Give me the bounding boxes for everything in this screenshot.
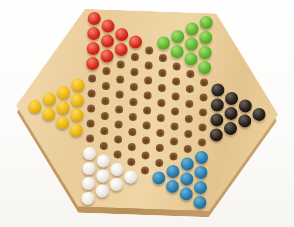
peg-red[interactable] (87, 26, 100, 39)
hole[interactable] (171, 92, 179, 100)
hole[interactable] (185, 115, 193, 123)
peg-green[interactable] (199, 30, 212, 43)
hole[interactable] (129, 113, 137, 121)
hole[interactable] (101, 97, 109, 105)
board-cell (96, 153, 111, 168)
hole[interactable] (102, 82, 110, 90)
peg-yellow[interactable] (56, 115, 69, 128)
hole[interactable] (145, 61, 153, 69)
hole[interactable] (155, 159, 163, 167)
peg-black[interactable] (225, 91, 238, 104)
board-cell (138, 147, 153, 162)
board-cell (183, 81, 198, 96)
board-cell (140, 87, 155, 102)
board-cell (210, 97, 225, 112)
board-cell (184, 36, 199, 51)
hole[interactable] (158, 69, 166, 77)
hole[interactable] (185, 100, 193, 108)
board-cell (198, 29, 213, 44)
hole[interactable] (171, 107, 179, 115)
hole[interactable] (116, 75, 124, 83)
board-cell (97, 123, 112, 138)
hole[interactable] (184, 145, 192, 153)
board-cell (85, 55, 100, 70)
board-cell (98, 108, 113, 123)
board-cell (83, 130, 98, 145)
board-cell (127, 79, 142, 94)
peg-white[interactable] (96, 169, 109, 182)
board-cell (154, 95, 169, 110)
peg-white[interactable] (110, 162, 123, 175)
peg-blue[interactable] (166, 179, 179, 192)
board-cell (180, 156, 195, 171)
board-cell (95, 183, 110, 198)
peg-blue[interactable] (194, 180, 207, 193)
board-cell (181, 141, 196, 156)
board-cell (99, 63, 114, 78)
peg-red[interactable] (100, 49, 113, 62)
peg-white[interactable] (124, 170, 137, 183)
board-cell (167, 133, 182, 148)
peg-blue[interactable] (152, 171, 165, 184)
board-cell (84, 85, 99, 100)
board-cell (210, 112, 225, 127)
peg-white[interactable] (83, 146, 96, 159)
board-cell (125, 139, 140, 154)
peg-red[interactable] (86, 56, 99, 69)
hole[interactable] (131, 53, 139, 61)
peg-white[interactable] (97, 154, 110, 167)
board-cell (185, 21, 200, 36)
board-cell (179, 171, 194, 186)
board-cell (128, 49, 143, 64)
hole[interactable] (184, 130, 192, 138)
hole[interactable] (114, 120, 122, 128)
board-cell (197, 74, 212, 89)
peg-blue[interactable] (193, 195, 206, 208)
board-cell (83, 115, 98, 130)
peg-green[interactable] (157, 36, 170, 49)
board-cell (196, 104, 211, 119)
board-cell (56, 84, 71, 99)
chinese-checkers-board (13, 6, 282, 219)
peg-white[interactable] (110, 177, 123, 190)
board-cell (42, 106, 57, 121)
peg-green[interactable] (170, 44, 183, 57)
peg-white[interactable] (82, 176, 95, 189)
board-cell (170, 28, 185, 43)
peg-yellow[interactable] (56, 100, 69, 113)
hole[interactable] (113, 150, 121, 158)
peg-white[interactable] (96, 184, 109, 197)
board-cell (183, 66, 198, 81)
board-cell (125, 124, 140, 139)
hole[interactable] (198, 123, 206, 131)
hole[interactable] (127, 158, 135, 166)
hole[interactable] (170, 137, 178, 145)
board-cell (182, 111, 197, 126)
board-cell (114, 41, 129, 56)
peg-black[interactable] (252, 107, 265, 120)
peg-yellow[interactable] (42, 107, 55, 120)
peg-blue[interactable] (194, 165, 207, 178)
board-cell (179, 186, 194, 201)
board-cell (167, 118, 182, 133)
peg-blue[interactable] (195, 150, 208, 163)
peg-red[interactable] (88, 11, 101, 24)
board-cell (195, 134, 210, 149)
hole[interactable] (129, 98, 137, 106)
hole[interactable] (86, 119, 94, 127)
board-cell (85, 70, 100, 85)
board-cell (111, 131, 126, 146)
board-cell (113, 71, 128, 86)
board-cell (98, 93, 113, 108)
peg-blue[interactable] (166, 164, 179, 177)
board-cell (110, 146, 125, 161)
hole[interactable] (157, 114, 165, 122)
board-cell (155, 80, 170, 95)
hole[interactable] (88, 89, 96, 97)
peg-black[interactable] (210, 113, 223, 126)
hole[interactable] (114, 135, 122, 143)
peg-yellow[interactable] (28, 99, 41, 112)
peg-yellow[interactable] (70, 108, 83, 121)
board-cell (87, 10, 102, 25)
peg-red[interactable] (87, 41, 100, 54)
board-column (28, 98, 43, 113)
hole[interactable] (186, 85, 194, 93)
board-cell (126, 94, 141, 109)
hole[interactable] (170, 122, 178, 130)
hole[interactable] (100, 142, 108, 150)
peg-yellow[interactable] (71, 93, 84, 106)
board-cell (28, 98, 43, 113)
hole[interactable] (173, 62, 181, 70)
board-cell (238, 98, 253, 113)
board-cell (166, 163, 181, 178)
board-cell (196, 89, 211, 104)
board-column (42, 91, 57, 121)
board-cell (86, 40, 101, 55)
board-cell (128, 34, 143, 49)
board-cell (224, 105, 239, 120)
board-cell (138, 162, 153, 177)
hole[interactable] (145, 46, 153, 54)
board-cell (100, 48, 115, 63)
board-cell (182, 96, 197, 111)
board-cell (211, 82, 226, 97)
hole[interactable] (141, 151, 149, 159)
board-cell (193, 179, 208, 194)
hole[interactable] (102, 67, 110, 75)
hole[interactable] (87, 104, 95, 112)
board-cell (99, 78, 114, 93)
board-cell (209, 127, 224, 142)
peg-green[interactable] (171, 29, 184, 42)
peg-yellow[interactable] (71, 78, 84, 91)
board-cell (141, 72, 156, 87)
hole[interactable] (88, 74, 96, 82)
board-cell (96, 168, 111, 183)
hole[interactable] (117, 60, 125, 68)
board-cell (223, 120, 238, 135)
hole[interactable] (157, 99, 165, 107)
board-column (252, 106, 267, 121)
hole[interactable] (142, 136, 150, 144)
board-cell (55, 114, 70, 129)
board-cell (166, 148, 181, 163)
peg-green[interactable] (199, 15, 212, 28)
board-cell (154, 110, 169, 125)
board-cell (84, 100, 99, 115)
board-cell (197, 59, 212, 74)
board-cell (181, 126, 196, 141)
board-cell (153, 125, 168, 140)
board-cell (165, 178, 180, 193)
hole[interactable] (128, 143, 136, 151)
peg-red[interactable] (101, 34, 114, 47)
peg-yellow[interactable] (70, 123, 83, 136)
board-cell (139, 132, 154, 147)
board-cell (124, 154, 139, 169)
board-cell (194, 149, 209, 164)
peg-green[interactable] (185, 37, 198, 50)
board-cell (224, 90, 239, 105)
board-cell (82, 160, 97, 175)
hole[interactable] (115, 105, 123, 113)
peg-yellow[interactable] (43, 92, 56, 105)
board-cell (195, 119, 210, 134)
hole[interactable] (169, 152, 177, 160)
peg-blue[interactable] (181, 157, 194, 170)
board-cell (70, 92, 85, 107)
board-cell (199, 14, 214, 29)
board-cell (42, 91, 57, 106)
hole[interactable] (130, 83, 138, 91)
board-cell (100, 33, 115, 48)
peg-yellow[interactable] (57, 85, 70, 98)
hole[interactable] (143, 91, 151, 99)
peg-black[interactable] (211, 98, 224, 111)
hole[interactable] (86, 134, 94, 142)
board-cell (168, 103, 183, 118)
board-cell (155, 65, 170, 80)
hole[interactable] (156, 144, 164, 152)
hole[interactable] (116, 90, 124, 98)
hole[interactable] (142, 121, 150, 129)
hole[interactable] (144, 76, 152, 84)
peg-white[interactable] (81, 191, 94, 204)
peg-black[interactable] (238, 114, 251, 127)
hole[interactable] (198, 138, 206, 146)
board-cell (238, 113, 253, 128)
hole[interactable] (100, 127, 108, 135)
photo-background (0, 0, 294, 227)
hole[interactable] (199, 108, 207, 116)
peg-blue[interactable] (179, 187, 192, 200)
board-cell (169, 73, 184, 88)
peg-black[interactable] (210, 128, 223, 141)
peg-black[interactable] (239, 99, 252, 112)
board-cell (168, 88, 183, 103)
hole[interactable] (186, 70, 194, 78)
board-cell (151, 170, 166, 185)
board-surface (13, 6, 282, 213)
board-cell (56, 99, 71, 114)
hole[interactable] (200, 78, 208, 86)
board-cell (81, 175, 96, 190)
peg-red[interactable] (101, 19, 114, 32)
board-cell (152, 155, 167, 170)
peg-green[interactable] (184, 52, 197, 65)
hole[interactable] (141, 166, 149, 174)
board-cell (126, 109, 141, 124)
board-column (223, 90, 239, 135)
hole[interactable] (143, 106, 151, 114)
board-cell (156, 35, 171, 50)
peg-red[interactable] (114, 42, 127, 55)
hole[interactable] (101, 112, 109, 120)
board-cell (193, 194, 208, 209)
board-column (238, 98, 253, 128)
board-cell (139, 117, 154, 132)
board-cell (101, 18, 116, 33)
hole[interactable] (156, 129, 164, 137)
board-cell (113, 56, 128, 71)
board-cell (141, 57, 156, 72)
board-cell (110, 161, 125, 176)
board-cell (142, 42, 157, 57)
peg-black[interactable] (224, 121, 237, 134)
hole[interactable] (158, 84, 166, 92)
peg-green[interactable] (198, 45, 211, 58)
board-cell (112, 101, 127, 116)
board-cell (112, 86, 127, 101)
board-cell (198, 44, 213, 59)
board-cell (71, 77, 86, 92)
peg-red[interactable] (115, 27, 128, 40)
board-cell (70, 107, 85, 122)
peg-green[interactable] (198, 60, 211, 73)
board-cell (114, 26, 129, 41)
peg-red[interactable] (129, 35, 142, 48)
peg-black[interactable] (224, 106, 237, 119)
board-cell (156, 50, 171, 65)
board-cell (81, 190, 96, 205)
peg-blue[interactable] (180, 172, 193, 185)
board-cell (169, 58, 184, 73)
board-cell (170, 43, 185, 58)
hole[interactable] (172, 77, 180, 85)
peg-black[interactable] (211, 83, 224, 96)
board-cell (184, 51, 199, 66)
hole[interactable] (159, 54, 167, 62)
peg-white[interactable] (82, 161, 95, 174)
board-cell (194, 164, 209, 179)
hole[interactable] (128, 128, 136, 136)
board-cell (69, 122, 84, 137)
board-cell (97, 138, 112, 153)
board-cell (127, 64, 142, 79)
board-cell (111, 116, 126, 131)
board-cell (82, 145, 97, 160)
board-cell (124, 169, 139, 184)
board-cell (109, 176, 124, 191)
peg-green[interactable] (185, 22, 198, 35)
board-cell (140, 102, 155, 117)
board-cell (86, 25, 101, 40)
hole[interactable] (130, 68, 138, 76)
board-cell (153, 140, 168, 155)
board-cell (252, 106, 267, 121)
hole[interactable] (199, 93, 207, 101)
